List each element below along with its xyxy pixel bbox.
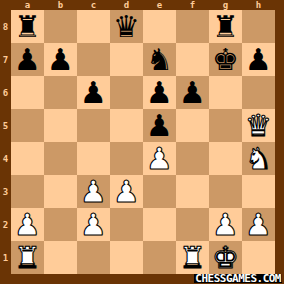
black-pawn: ♟ — [146, 109, 173, 142]
square-b8[interactable] — [44, 10, 77, 43]
square-f4[interactable] — [176, 142, 209, 175]
rank-label-4: 4 — [0, 142, 11, 175]
square-h8[interactable] — [242, 10, 275, 43]
square-c7[interactable] — [77, 43, 110, 76]
black-knight: ♞ — [146, 43, 173, 76]
file-label-e: e — [143, 0, 176, 10]
square-d5[interactable] — [110, 109, 143, 142]
rank-label-2: 2 — [0, 208, 11, 241]
square-e6[interactable]: ♟ — [143, 76, 176, 109]
square-f6[interactable]: ♟ — [176, 76, 209, 109]
square-c5[interactable] — [77, 109, 110, 142]
square-c3[interactable]: ♟ — [77, 175, 110, 208]
square-f3[interactable] — [176, 175, 209, 208]
square-b7[interactable]: ♟ — [44, 43, 77, 76]
square-c1[interactable] — [77, 241, 110, 274]
square-g4[interactable] — [209, 142, 242, 175]
square-h7[interactable]: ♟ — [242, 43, 275, 76]
square-h5[interactable]: ♛ — [242, 109, 275, 142]
white-pawn: ♟ — [80, 175, 107, 208]
black-king: ♚ — [212, 43, 239, 76]
rank-labels: 87654321 — [0, 10, 11, 274]
square-d7[interactable] — [110, 43, 143, 76]
square-a5[interactable] — [11, 109, 44, 142]
square-e3[interactable] — [143, 175, 176, 208]
square-b6[interactable] — [44, 76, 77, 109]
square-b4[interactable] — [44, 142, 77, 175]
file-label-c: c — [77, 0, 110, 10]
square-g5[interactable] — [209, 109, 242, 142]
square-f5[interactable] — [176, 109, 209, 142]
white-pawn: ♟ — [113, 175, 140, 208]
square-g8[interactable]: ♜ — [209, 10, 242, 43]
black-pawn: ♟ — [146, 76, 173, 109]
black-pawn: ♟ — [80, 76, 107, 109]
white-pawn: ♟ — [80, 208, 107, 241]
square-g1[interactable]: ♚ — [209, 241, 242, 274]
white-pawn: ♟ — [14, 208, 41, 241]
square-a7[interactable]: ♟ — [11, 43, 44, 76]
square-c2[interactable]: ♟ — [77, 208, 110, 241]
white-pawn: ♟ — [245, 208, 272, 241]
square-b1[interactable] — [44, 241, 77, 274]
square-g7[interactable]: ♚ — [209, 43, 242, 76]
square-d8[interactable]: ♛ — [110, 10, 143, 43]
black-rook: ♜ — [14, 10, 41, 43]
square-c4[interactable] — [77, 142, 110, 175]
square-h3[interactable] — [242, 175, 275, 208]
rank-label-3: 3 — [0, 175, 11, 208]
black-pawn: ♟ — [179, 76, 206, 109]
square-a2[interactable]: ♟ — [11, 208, 44, 241]
square-e4[interactable]: ♟ — [143, 142, 176, 175]
square-f7[interactable] — [176, 43, 209, 76]
square-g6[interactable] — [209, 76, 242, 109]
rank-label-1: 1 — [0, 241, 11, 274]
black-queen: ♛ — [113, 10, 140, 43]
square-c6[interactable]: ♟ — [77, 76, 110, 109]
white-queen: ♛ — [245, 109, 272, 142]
rank-label-8: 8 — [0, 10, 11, 43]
square-a1[interactable]: ♜ — [11, 241, 44, 274]
white-pawn: ♟ — [146, 142, 173, 175]
white-knight: ♞ — [245, 142, 272, 175]
square-d3[interactable]: ♟ — [110, 175, 143, 208]
square-c8[interactable] — [77, 10, 110, 43]
black-pawn: ♟ — [47, 43, 74, 76]
square-b2[interactable] — [44, 208, 77, 241]
square-h1[interactable] — [242, 241, 275, 274]
square-e5[interactable]: ♟ — [143, 109, 176, 142]
square-b5[interactable] — [44, 109, 77, 142]
square-a3[interactable] — [11, 175, 44, 208]
white-pawn: ♟ — [212, 208, 239, 241]
rank-label-6: 6 — [0, 76, 11, 109]
square-a4[interactable] — [11, 142, 44, 175]
square-e1[interactable] — [143, 241, 176, 274]
rank-label-7: 7 — [0, 43, 11, 76]
square-f2[interactable] — [176, 208, 209, 241]
black-rook: ♜ — [212, 10, 239, 43]
board: ♜♛♜♟♟♞♚♟♟♟♟♟♛♟♞♟♟♟♟♟♟♜♜♚ — [11, 10, 275, 274]
black-pawn: ♟ — [245, 43, 272, 76]
square-h2[interactable]: ♟ — [242, 208, 275, 241]
white-rook: ♜ — [179, 241, 206, 274]
square-e2[interactable] — [143, 208, 176, 241]
white-rook: ♜ — [14, 241, 41, 274]
square-d2[interactable] — [110, 208, 143, 241]
square-d1[interactable] — [110, 241, 143, 274]
square-b3[interactable] — [44, 175, 77, 208]
white-king: ♚ — [212, 241, 239, 274]
chess-board-frame: abcdefgh 87654321 ♜♛♜♟♟♞♚♟♟♟♟♟♛♟♞♟♟♟♟♟♟♜… — [0, 0, 284, 284]
square-d4[interactable] — [110, 142, 143, 175]
square-h6[interactable] — [242, 76, 275, 109]
branding-text: CHESSGAMES.COM — [194, 274, 282, 283]
square-d6[interactable] — [110, 76, 143, 109]
square-f1[interactable]: ♜ — [176, 241, 209, 274]
black-pawn: ♟ — [14, 43, 41, 76]
rank-label-5: 5 — [0, 109, 11, 142]
file-label-f: f — [176, 0, 209, 10]
file-label-h: h — [242, 0, 275, 10]
square-f8[interactable] — [176, 10, 209, 43]
square-g2[interactable]: ♟ — [209, 208, 242, 241]
square-e8[interactable] — [143, 10, 176, 43]
square-a8[interactable]: ♜ — [11, 10, 44, 43]
square-g3[interactable] — [209, 175, 242, 208]
file-label-b: b — [44, 0, 77, 10]
square-e7[interactable]: ♞ — [143, 43, 176, 76]
square-h4[interactable]: ♞ — [242, 142, 275, 175]
square-a6[interactable] — [11, 76, 44, 109]
